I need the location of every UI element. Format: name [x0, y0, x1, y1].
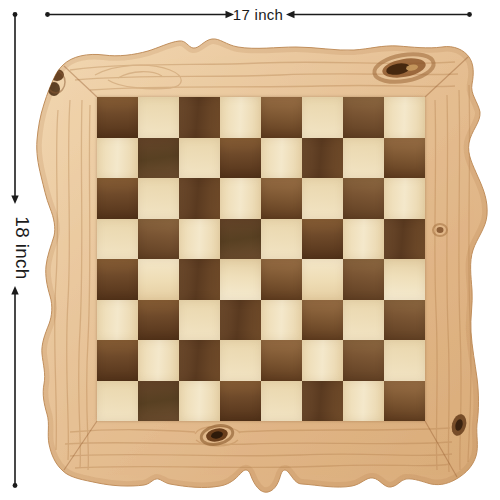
- square-f7[interactable]: [302, 138, 343, 179]
- square-f2[interactable]: [302, 340, 343, 381]
- height-dimension-label: 18 inch: [11, 210, 33, 286]
- square-e2[interactable]: [261, 340, 302, 381]
- square-h3[interactable]: [384, 300, 425, 341]
- square-d1[interactable]: [220, 381, 261, 422]
- square-b4[interactable]: [138, 259, 179, 300]
- square-f1[interactable]: [302, 381, 343, 422]
- square-f8[interactable]: [302, 97, 343, 138]
- square-h6[interactable]: [384, 178, 425, 219]
- square-a3[interactable]: [97, 300, 138, 341]
- square-c2[interactable]: [179, 340, 220, 381]
- square-f4[interactable]: [302, 259, 343, 300]
- square-a7[interactable]: [97, 138, 138, 179]
- square-e1[interactable]: [261, 381, 302, 422]
- square-d7[interactable]: [220, 138, 261, 179]
- square-h5[interactable]: [384, 219, 425, 260]
- square-b3[interactable]: [138, 300, 179, 341]
- square-a5[interactable]: [97, 219, 138, 260]
- square-g5[interactable]: [343, 219, 384, 260]
- square-g3[interactable]: [343, 300, 384, 341]
- square-g8[interactable]: [343, 97, 384, 138]
- square-g7[interactable]: [343, 138, 384, 179]
- square-c1[interactable]: [179, 381, 220, 422]
- square-d2[interactable]: [220, 340, 261, 381]
- square-c3[interactable]: [179, 300, 220, 341]
- square-e3[interactable]: [261, 300, 302, 341]
- square-b5[interactable]: [138, 219, 179, 260]
- square-c5[interactable]: [179, 219, 220, 260]
- square-h4[interactable]: [384, 259, 425, 300]
- square-e6[interactable]: [261, 178, 302, 219]
- square-h1[interactable]: [384, 381, 425, 422]
- square-g6[interactable]: [343, 178, 384, 219]
- square-e7[interactable]: [261, 138, 302, 179]
- chess-board: [97, 97, 425, 421]
- square-h7[interactable]: [384, 138, 425, 179]
- square-f6[interactable]: [302, 178, 343, 219]
- square-d8[interactable]: [220, 97, 261, 138]
- square-e4[interactable]: [261, 259, 302, 300]
- square-d4[interactable]: [220, 259, 261, 300]
- square-f3[interactable]: [302, 300, 343, 341]
- square-c7[interactable]: [179, 138, 220, 179]
- square-b7[interactable]: [138, 138, 179, 179]
- square-a2[interactable]: [97, 340, 138, 381]
- square-e5[interactable]: [261, 219, 302, 260]
- square-d6[interactable]: [220, 178, 261, 219]
- square-g4[interactable]: [343, 259, 384, 300]
- square-b6[interactable]: [138, 178, 179, 219]
- square-a6[interactable]: [97, 178, 138, 219]
- square-b8[interactable]: [138, 97, 179, 138]
- square-c8[interactable]: [179, 97, 220, 138]
- square-d5[interactable]: [220, 219, 261, 260]
- square-h8[interactable]: [384, 97, 425, 138]
- square-b2[interactable]: [138, 340, 179, 381]
- square-b1[interactable]: [138, 381, 179, 422]
- square-g2[interactable]: [343, 340, 384, 381]
- square-h2[interactable]: [384, 340, 425, 381]
- square-a1[interactable]: [97, 381, 138, 422]
- square-a4[interactable]: [97, 259, 138, 300]
- square-f5[interactable]: [302, 219, 343, 260]
- square-c6[interactable]: [179, 178, 220, 219]
- square-g1[interactable]: [343, 381, 384, 422]
- square-e8[interactable]: [261, 97, 302, 138]
- width-dimension-label: 17 inch: [229, 6, 287, 23]
- square-c4[interactable]: [179, 259, 220, 300]
- square-a8[interactable]: [97, 97, 138, 138]
- square-d3[interactable]: [220, 300, 261, 341]
- product-image: 17 inch 18 inch: [0, 0, 500, 500]
